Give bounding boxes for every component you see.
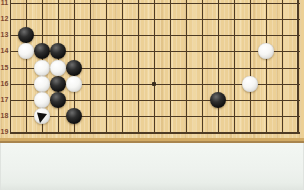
go-board[interactable]: 111213141516171819 [0, 0, 304, 143]
black-stone [210, 92, 226, 108]
last-move-triangle-marker [37, 112, 47, 123]
grid-vline [154, 0, 155, 134]
grid-hline [10, 19, 300, 20]
row-label: 19 [0, 128, 9, 136]
white-stone [66, 76, 82, 92]
white-stone [34, 92, 50, 108]
bottom-panel [0, 143, 304, 190]
black-stone [50, 92, 66, 108]
grid-vline [90, 0, 91, 134]
white-stone [258, 43, 274, 59]
white-stone [242, 76, 258, 92]
grid-vline [297, 0, 299, 134]
grid-vline [138, 0, 139, 134]
grid-vline [26, 0, 27, 134]
grid-vline [250, 0, 251, 134]
grid-vline [234, 0, 235, 134]
grid-vline [122, 0, 123, 134]
go-app-screen: 111213141516171819 [0, 0, 304, 190]
grid-vline [106, 0, 107, 134]
white-stone [34, 108, 50, 124]
grid-vline [170, 0, 171, 134]
row-label: 12 [0, 15, 9, 23]
grid-hline [10, 3, 300, 4]
star-point [152, 82, 156, 86]
row-label: 14 [0, 47, 9, 55]
black-stone [66, 60, 82, 76]
row-label: 18 [0, 112, 9, 120]
grid-hline [10, 132, 300, 134]
row-label: 16 [0, 80, 9, 88]
black-stone [34, 43, 50, 59]
grid-vline [282, 0, 283, 134]
row-label: 11 [0, 0, 9, 7]
black-stone [18, 27, 34, 43]
white-stone [18, 43, 34, 59]
row-label: 13 [0, 31, 9, 39]
black-stone [66, 108, 82, 124]
grid-vline [266, 0, 267, 134]
white-stone [50, 60, 66, 76]
white-stone [34, 60, 50, 76]
row-label: 15 [0, 64, 9, 72]
black-stone [50, 43, 66, 59]
grid-vline [218, 0, 219, 134]
row-label: 17 [0, 96, 9, 104]
grid-vline [202, 0, 203, 134]
grid-hline [10, 116, 300, 117]
black-stone [50, 76, 66, 92]
grid-vline [186, 0, 187, 134]
grid-hline [10, 35, 300, 36]
grid-vline [10, 0, 11, 134]
white-stone [34, 76, 50, 92]
